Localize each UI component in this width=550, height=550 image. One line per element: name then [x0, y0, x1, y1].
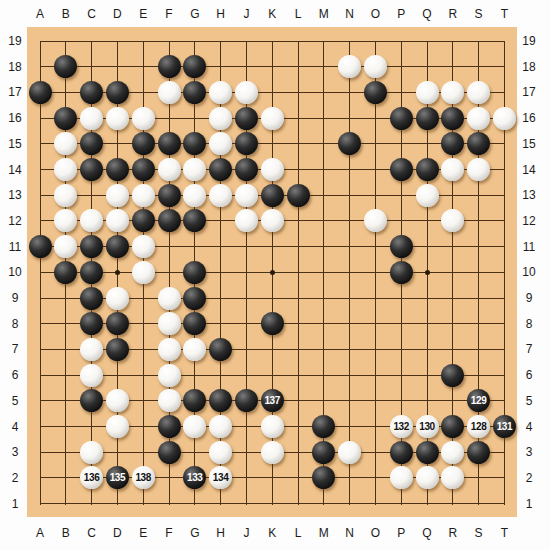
white-stone-F17[interactable] — [158, 81, 181, 104]
white-stone-J17[interactable] — [235, 81, 258, 104]
black-stone-M2[interactable] — [312, 466, 335, 489]
black-stone-P11[interactable] — [390, 235, 413, 258]
black-stone-B10[interactable] — [54, 261, 77, 284]
row-label-right-15: 15 — [522, 137, 535, 151]
black-stone-F13[interactable] — [158, 184, 181, 207]
black-stone-M4[interactable] — [312, 415, 335, 438]
row-label-right-11: 11 — [523, 240, 535, 254]
black-stone-L13[interactable] — [287, 184, 310, 207]
black-stone-G5[interactable] — [183, 389, 206, 412]
white-stone-H13[interactable] — [209, 184, 232, 207]
black-stone-G10[interactable] — [183, 261, 206, 284]
white-stone-S16[interactable] — [467, 107, 490, 130]
white-stone-E10[interactable] — [132, 261, 155, 284]
grid-hline — [40, 143, 505, 144]
white-stone-S4[interactable]: 128 — [467, 415, 490, 438]
black-stone-R16[interactable] — [441, 107, 464, 130]
row-label-left-13: 13 — [8, 188, 21, 202]
black-stone-B18[interactable] — [54, 55, 77, 78]
white-stone-H3[interactable] — [209, 441, 232, 464]
white-stone-G7[interactable] — [183, 338, 206, 361]
col-label-top-O: O — [371, 7, 380, 21]
row-label-left-1: 1 — [12, 497, 19, 511]
black-stone-F18[interactable] — [158, 55, 181, 78]
white-stone-E13[interactable] — [132, 184, 155, 207]
move-number-label: 138 — [135, 473, 151, 483]
row-label-right-18: 18 — [522, 60, 535, 74]
move-number-label: 135 — [110, 473, 126, 483]
col-label-top-F: F — [165, 7, 172, 21]
col-label-top-N: N — [345, 7, 354, 21]
row-label-right-6: 6 — [526, 368, 533, 382]
black-stone-J5[interactable] — [235, 389, 258, 412]
black-stone-C11[interactable] — [80, 235, 103, 258]
move-number-label: 130 — [419, 422, 435, 432]
col-label-top-L: L — [295, 7, 302, 21]
col-label-top-J: J — [243, 7, 249, 21]
row-label-left-14: 14 — [8, 163, 21, 177]
row-label-left-5: 5 — [12, 394, 19, 408]
black-stone-F3[interactable] — [158, 441, 181, 464]
black-stone-G18[interactable] — [183, 55, 206, 78]
row-label-left-7: 7 — [12, 342, 19, 356]
row-label-right-19: 19 — [522, 34, 535, 48]
black-stone-K5[interactable]: 137 — [261, 389, 284, 412]
col-label-bottom-J: J — [243, 526, 249, 540]
white-stone-J12[interactable] — [235, 209, 258, 232]
white-stone-R17[interactable] — [441, 81, 464, 104]
black-stone-D17[interactable] — [106, 81, 129, 104]
white-stone-Q13[interactable] — [416, 184, 439, 207]
move-number-label: 131 — [497, 422, 513, 432]
black-stone-S5[interactable]: 129 — [467, 389, 490, 412]
move-number-label: 128 — [471, 422, 487, 432]
white-stone-G13[interactable] — [183, 184, 206, 207]
black-stone-Q16[interactable] — [416, 107, 439, 130]
grid-hline — [40, 375, 505, 376]
white-stone-K12[interactable] — [261, 209, 284, 232]
white-stone-G14[interactable] — [183, 158, 206, 181]
move-number-label: 134 — [213, 473, 229, 483]
col-label-bottom-R: R — [448, 526, 457, 540]
col-label-top-A: A — [36, 7, 44, 21]
row-label-right-9: 9 — [526, 291, 533, 305]
col-label-bottom-K: K — [268, 526, 276, 540]
white-stone-C2[interactable]: 136 — [80, 466, 103, 489]
white-stone-B13[interactable] — [54, 184, 77, 207]
white-stone-T16[interactable] — [493, 107, 516, 130]
col-label-bottom-Q: Q — [422, 526, 431, 540]
col-label-top-B: B — [62, 7, 70, 21]
white-stone-Q4[interactable]: 130 — [416, 415, 439, 438]
col-label-bottom-N: N — [345, 526, 354, 540]
black-stone-G15[interactable] — [183, 132, 206, 155]
black-stone-R6[interactable] — [441, 364, 464, 387]
row-label-right-16: 16 — [522, 111, 535, 125]
move-number-label: 132 — [393, 422, 409, 432]
move-number-label: 133 — [187, 473, 203, 483]
black-stone-D11[interactable] — [106, 235, 129, 258]
col-label-top-K: K — [268, 7, 276, 21]
black-stone-K8[interactable] — [261, 312, 284, 335]
white-stone-F9[interactable] — [158, 287, 181, 310]
white-stone-R2[interactable] — [441, 466, 464, 489]
white-stone-N3[interactable] — [338, 441, 361, 464]
black-stone-G8[interactable] — [183, 312, 206, 335]
black-stone-Q14[interactable] — [416, 158, 439, 181]
col-label-bottom-A: A — [36, 526, 44, 540]
row-label-right-13: 13 — [522, 188, 535, 202]
white-stone-S17[interactable] — [467, 81, 490, 104]
row-label-right-10: 10 — [522, 265, 535, 279]
row-label-right-8: 8 — [526, 317, 533, 331]
white-stone-F14[interactable] — [158, 158, 181, 181]
white-stone-E2[interactable]: 138 — [132, 466, 155, 489]
col-label-bottom-B: B — [62, 526, 70, 540]
black-stone-E12[interactable] — [132, 209, 155, 232]
black-stone-J15[interactable] — [235, 132, 258, 155]
col-label-bottom-L: L — [295, 526, 302, 540]
black-stone-T4[interactable]: 131 — [493, 415, 516, 438]
row-label-left-11: 11 — [9, 240, 21, 254]
white-stone-K3[interactable] — [261, 441, 284, 464]
white-stone-F5[interactable] — [158, 389, 181, 412]
row-label-left-2: 2 — [12, 471, 19, 485]
row-label-left-15: 15 — [8, 137, 21, 151]
black-stone-N15[interactable] — [338, 132, 361, 155]
row-label-right-1: 1 — [526, 497, 533, 511]
go-board[interactable]: 137129132130128131136135138133134 — [27, 27, 517, 517]
grid-vline — [349, 41, 350, 505]
col-label-bottom-H: H — [216, 526, 225, 540]
white-stone-D5[interactable] — [106, 389, 129, 412]
white-stone-G4[interactable] — [183, 415, 206, 438]
move-number-label: 137 — [264, 396, 280, 406]
move-number-label: 129 — [471, 396, 487, 406]
row-label-right-5: 5 — [526, 394, 533, 408]
black-stone-R4[interactable] — [441, 415, 464, 438]
black-stone-P16[interactable] — [390, 107, 413, 130]
col-label-bottom-F: F — [165, 526, 172, 540]
white-stone-R3[interactable] — [441, 441, 464, 464]
col-label-top-S: S — [475, 7, 483, 21]
white-stone-B15[interactable] — [54, 132, 77, 155]
col-label-top-G: G — [190, 7, 199, 21]
row-label-left-6: 6 — [12, 368, 19, 382]
black-stone-J16[interactable] — [235, 107, 258, 130]
row-label-left-8: 8 — [12, 317, 19, 331]
row-label-right-3: 3 — [526, 445, 533, 459]
white-stone-D4[interactable] — [106, 415, 129, 438]
row-label-left-16: 16 — [8, 111, 21, 125]
white-stone-P4[interactable]: 132 — [390, 415, 413, 438]
black-stone-C10[interactable] — [80, 261, 103, 284]
col-label-top-T: T — [501, 7, 508, 21]
white-stone-C6[interactable] — [80, 364, 103, 387]
white-stone-C16[interactable] — [80, 107, 103, 130]
white-stone-H15[interactable] — [209, 132, 232, 155]
row-label-left-3: 3 — [12, 445, 19, 459]
black-stone-C8[interactable] — [80, 312, 103, 335]
white-stone-O12[interactable] — [364, 209, 387, 232]
row-label-right-17: 17 — [522, 85, 535, 99]
black-stone-M3[interactable] — [312, 441, 335, 464]
white-stone-R12[interactable] — [441, 209, 464, 232]
white-stone-H16[interactable] — [209, 107, 232, 130]
black-stone-C14[interactable] — [80, 158, 103, 181]
go-diagram-page: 137129132130128131136135138133134 AABBCC… — [0, 0, 550, 550]
white-stone-D13[interactable] — [106, 184, 129, 207]
white-stone-D16[interactable] — [106, 107, 129, 130]
row-label-right-4: 4 — [526, 420, 533, 434]
black-stone-A17[interactable] — [29, 81, 52, 104]
row-label-left-4: 4 — [12, 420, 19, 434]
black-stone-F12[interactable] — [158, 209, 181, 232]
white-stone-R14[interactable] — [441, 158, 464, 181]
white-stone-C7[interactable] — [80, 338, 103, 361]
col-label-top-H: H — [216, 7, 225, 21]
black-stone-P10[interactable] — [390, 261, 413, 284]
white-stone-D9[interactable] — [106, 287, 129, 310]
row-label-right-14: 14 — [522, 163, 535, 177]
white-stone-B12[interactable] — [54, 209, 77, 232]
white-stone-S14[interactable] — [467, 158, 490, 181]
black-stone-C9[interactable] — [80, 287, 103, 310]
col-label-bottom-D: D — [113, 526, 122, 540]
white-stone-F6[interactable] — [158, 364, 181, 387]
row-label-left-17: 17 — [8, 85, 21, 99]
white-stone-B14[interactable] — [54, 158, 77, 181]
col-label-bottom-T: T — [501, 526, 508, 540]
move-number-label: 136 — [84, 473, 100, 483]
star-point — [425, 270, 430, 275]
black-stone-H5[interactable] — [209, 389, 232, 412]
black-stone-S3[interactable] — [467, 441, 490, 464]
black-stone-E15[interactable] — [132, 132, 155, 155]
white-stone-N18[interactable] — [338, 55, 361, 78]
black-stone-R15[interactable] — [441, 132, 464, 155]
white-stone-F7[interactable] — [158, 338, 181, 361]
black-stone-A11[interactable] — [29, 235, 52, 258]
white-stone-C12[interactable] — [80, 209, 103, 232]
black-stone-D2[interactable]: 135 — [106, 466, 129, 489]
black-stone-D14[interactable] — [106, 158, 129, 181]
col-label-bottom-P: P — [397, 526, 405, 540]
col-label-bottom-G: G — [190, 526, 199, 540]
row-label-left-18: 18 — [8, 60, 21, 74]
col-label-bottom-C: C — [87, 526, 96, 540]
black-stone-H14[interactable] — [209, 158, 232, 181]
row-label-left-9: 9 — [12, 291, 19, 305]
white-stone-E11[interactable] — [132, 235, 155, 258]
row-label-left-19: 19 — [8, 34, 21, 48]
black-stone-C15[interactable] — [80, 132, 103, 155]
col-label-top-D: D — [113, 7, 122, 21]
white-stone-H2[interactable]: 134 — [209, 466, 232, 489]
col-label-top-C: C — [87, 7, 96, 21]
star-point — [115, 270, 120, 275]
white-stone-Q2[interactable] — [416, 466, 439, 489]
row-label-right-2: 2 — [526, 471, 533, 485]
white-stone-D12[interactable] — [106, 209, 129, 232]
row-label-left-10: 10 — [8, 265, 21, 279]
white-stone-J13[interactable] — [235, 184, 258, 207]
white-stone-H17[interactable] — [209, 81, 232, 104]
col-label-bottom-S: S — [475, 526, 483, 540]
black-stone-O17[interactable] — [364, 81, 387, 104]
star-point — [270, 270, 275, 275]
black-stone-E14[interactable] — [132, 158, 155, 181]
grid-hline — [40, 41, 505, 42]
white-stone-B11[interactable] — [54, 235, 77, 258]
white-stone-F8[interactable] — [158, 312, 181, 335]
white-stone-K16[interactable] — [261, 107, 284, 130]
white-stone-H4[interactable] — [209, 415, 232, 438]
black-stone-G12[interactable] — [183, 209, 206, 232]
grid-vline — [40, 41, 41, 505]
white-stone-E16[interactable] — [132, 107, 155, 130]
col-label-bottom-E: E — [139, 526, 147, 540]
black-stone-H7[interactable] — [209, 338, 232, 361]
black-stone-D7[interactable] — [106, 338, 129, 361]
col-label-bottom-M: M — [319, 526, 329, 540]
col-label-top-R: R — [448, 7, 457, 21]
grid-vline — [298, 41, 299, 505]
white-stone-K4[interactable] — [261, 415, 284, 438]
grid-hline — [40, 66, 505, 67]
black-stone-F4[interactable] — [158, 415, 181, 438]
col-label-bottom-O: O — [371, 526, 380, 540]
grid-hline — [40, 503, 505, 504]
white-stone-K14[interactable] — [261, 158, 284, 181]
row-label-left-12: 12 — [8, 214, 21, 228]
white-stone-Q17[interactable] — [416, 81, 439, 104]
black-stone-D8[interactable] — [106, 312, 129, 335]
black-stone-J14[interactable] — [235, 158, 258, 181]
black-stone-C5[interactable] — [80, 389, 103, 412]
black-stone-Q3[interactable] — [416, 441, 439, 464]
black-stone-G2[interactable]: 133 — [183, 466, 206, 489]
black-stone-B16[interactable] — [54, 107, 77, 130]
white-stone-O18[interactable] — [364, 55, 387, 78]
black-stone-G17[interactable] — [183, 81, 206, 104]
col-label-top-Q: Q — [422, 7, 431, 21]
col-label-top-E: E — [139, 7, 147, 21]
black-stone-P3[interactable] — [390, 441, 413, 464]
row-label-right-7: 7 — [526, 342, 533, 356]
col-label-top-M: M — [319, 7, 329, 21]
grid-vline — [375, 41, 376, 505]
black-stone-S15[interactable] — [467, 132, 490, 155]
row-label-right-12: 12 — [522, 214, 535, 228]
black-stone-C17[interactable] — [80, 81, 103, 104]
col-label-top-P: P — [397, 7, 405, 21]
black-stone-K13[interactable] — [261, 184, 284, 207]
white-stone-P2[interactable] — [390, 466, 413, 489]
black-stone-G9[interactable] — [183, 287, 206, 310]
white-stone-C3[interactable] — [80, 441, 103, 464]
black-stone-F15[interactable] — [158, 132, 181, 155]
black-stone-P14[interactable] — [390, 158, 413, 181]
